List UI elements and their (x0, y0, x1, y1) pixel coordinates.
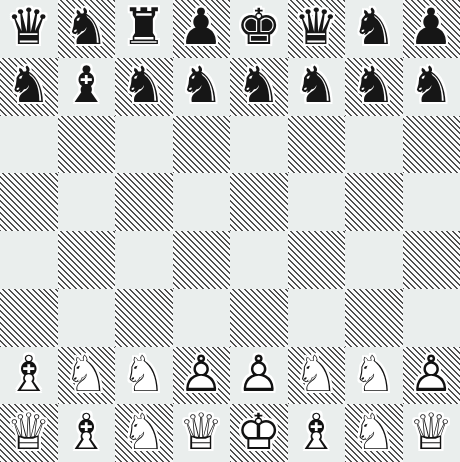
black-king-piece[interactable]: ♚ (230, 0, 288, 58)
black-queen-piece[interactable]: ♛ (0, 0, 58, 58)
white-knight-piece[interactable]: ♞♘ (345, 347, 403, 405)
piece-outline-glyph: ♗ (0, 347, 58, 405)
piece-outline-glyph: ♘ (115, 404, 173, 462)
piece-outline-glyph: ♗ (58, 404, 116, 462)
piece-body-glyph: ♞ (230, 58, 288, 116)
piece-outline-glyph: ♘ (345, 347, 403, 405)
white-knight-piece[interactable]: ♞♘ (58, 347, 116, 405)
piece-body-glyph: ♞ (288, 58, 346, 116)
black-knight-piece[interactable]: ♞ (403, 58, 460, 116)
piece-body-glyph: ♞ (58, 0, 116, 58)
square-c2[interactable]: ♞♘ (115, 347, 173, 405)
black-knight-piece[interactable]: ♞ (115, 58, 173, 116)
square-h6[interactable] (403, 116, 460, 174)
square-a2[interactable]: ♝♗ (0, 347, 58, 405)
square-e8[interactable]: ♚ (230, 0, 288, 58)
square-h2[interactable]: ♟♙ (403, 347, 460, 405)
square-f5[interactable] (288, 173, 346, 231)
black-knight-piece[interactable]: ♞ (345, 58, 403, 116)
black-knight-piece[interactable]: ♞ (0, 58, 58, 116)
piece-outline-glyph: ♙ (173, 347, 231, 405)
piece-body-glyph: ♞ (345, 58, 403, 116)
square-h5[interactable] (403, 173, 460, 231)
chess-board: ♛♞♜♟♚♛♞♟♞♝♞♞♞♞♞♞♝♗♞♘♞♘♟♙♟♙♞♘♞♘♟♙♛♕♝♗♞♘♛♕… (0, 0, 460, 462)
square-d1[interactable]: ♛♕ (173, 404, 231, 462)
piece-body-glyph: ♚ (230, 0, 288, 58)
piece-outline-glyph: ♘ (345, 404, 403, 462)
square-g4[interactable] (345, 231, 403, 289)
square-c1[interactable]: ♞♘ (115, 404, 173, 462)
piece-outline-glyph: ♕ (403, 404, 460, 462)
square-e4[interactable] (230, 231, 288, 289)
piece-outline-glyph: ♘ (58, 347, 116, 405)
square-a6[interactable] (0, 116, 58, 174)
black-knight-piece[interactable]: ♞ (345, 0, 403, 58)
piece-outline-glyph: ♕ (173, 404, 231, 462)
square-b3[interactable] (58, 289, 116, 347)
square-g3[interactable] (345, 289, 403, 347)
square-h4[interactable] (403, 231, 460, 289)
square-c3[interactable] (115, 289, 173, 347)
black-knight-piece[interactable]: ♞ (288, 58, 346, 116)
piece-body-glyph: ♟ (173, 0, 231, 58)
black-pawn-piece[interactable]: ♟ (403, 0, 460, 58)
white-king-piece[interactable]: ♚♔ (230, 404, 288, 462)
white-bishop-piece[interactable]: ♝♗ (58, 404, 116, 462)
square-d4[interactable] (173, 231, 231, 289)
white-knight-piece[interactable]: ♞♘ (345, 404, 403, 462)
square-f1[interactable]: ♝♗ (288, 404, 346, 462)
square-d7[interactable]: ♞ (173, 58, 231, 116)
black-rook-piece[interactable]: ♜ (115, 0, 173, 58)
piece-body-glyph: ♛ (0, 0, 58, 58)
piece-body-glyph: ♛ (288, 0, 346, 58)
square-a7[interactable]: ♞ (0, 58, 58, 116)
square-b5[interactable] (58, 173, 116, 231)
piece-outline-glyph: ♙ (403, 347, 460, 405)
square-g7[interactable]: ♞ (345, 58, 403, 116)
square-g8[interactable]: ♞ (345, 0, 403, 58)
square-e7[interactable]: ♞ (230, 58, 288, 116)
square-h7[interactable]: ♞ (403, 58, 460, 116)
square-g5[interactable] (345, 173, 403, 231)
piece-body-glyph: ♞ (115, 58, 173, 116)
white-knight-piece[interactable]: ♞♘ (288, 347, 346, 405)
square-h3[interactable] (403, 289, 460, 347)
piece-body-glyph: ♜ (115, 0, 173, 58)
white-pawn-piece[interactable]: ♟♙ (403, 347, 460, 405)
square-e6[interactable] (230, 116, 288, 174)
square-h8[interactable]: ♟ (403, 0, 460, 58)
square-f6[interactable] (288, 116, 346, 174)
piece-outline-glyph: ♘ (115, 347, 173, 405)
square-f3[interactable] (288, 289, 346, 347)
piece-outline-glyph: ♙ (230, 347, 288, 405)
square-f8[interactable]: ♛ (288, 0, 346, 58)
square-c7[interactable]: ♞ (115, 58, 173, 116)
square-e5[interactable] (230, 173, 288, 231)
piece-outline-glyph: ♕ (0, 404, 58, 462)
square-b6[interactable] (58, 116, 116, 174)
square-c6[interactable] (115, 116, 173, 174)
square-b1[interactable]: ♝♗ (58, 404, 116, 462)
black-pawn-piece[interactable]: ♟ (173, 0, 231, 58)
square-f7[interactable]: ♞ (288, 58, 346, 116)
square-f4[interactable] (288, 231, 346, 289)
white-queen-piece[interactable]: ♛♕ (403, 404, 460, 462)
square-e1[interactable]: ♚♔ (230, 404, 288, 462)
square-b7[interactable]: ♝ (58, 58, 116, 116)
square-d6[interactable] (173, 116, 231, 174)
square-a5[interactable] (0, 173, 58, 231)
square-h1[interactable]: ♛♕ (403, 404, 460, 462)
square-d8[interactable]: ♟ (173, 0, 231, 58)
square-e2[interactable]: ♟♙ (230, 347, 288, 405)
square-a4[interactable] (0, 231, 58, 289)
square-d5[interactable] (173, 173, 231, 231)
white-bishop-piece[interactable]: ♝♗ (0, 347, 58, 405)
square-a1[interactable]: ♛♕ (0, 404, 58, 462)
square-g2[interactable]: ♞♘ (345, 347, 403, 405)
square-d2[interactable]: ♟♙ (173, 347, 231, 405)
square-e3[interactable] (230, 289, 288, 347)
white-bishop-piece[interactable]: ♝♗ (288, 404, 346, 462)
white-knight-piece[interactable]: ♞♘ (115, 404, 173, 462)
white-pawn-piece[interactable]: ♟♙ (173, 347, 231, 405)
white-pawn-piece[interactable]: ♟♙ (230, 347, 288, 405)
piece-outline-glyph: ♘ (288, 347, 346, 405)
square-c4[interactable] (115, 231, 173, 289)
white-knight-piece[interactable]: ♞♘ (115, 347, 173, 405)
black-queen-piece[interactable]: ♛ (288, 0, 346, 58)
black-bishop-piece[interactable]: ♝ (58, 58, 116, 116)
square-g1[interactable]: ♞♘ (345, 404, 403, 462)
square-c5[interactable] (115, 173, 173, 231)
piece-outline-glyph: ♗ (288, 404, 346, 462)
square-a8[interactable]: ♛ (0, 0, 58, 58)
square-b8[interactable]: ♞ (58, 0, 116, 58)
square-b2[interactable]: ♞♘ (58, 347, 116, 405)
black-knight-piece[interactable]: ♞ (173, 58, 231, 116)
piece-body-glyph: ♝ (58, 58, 116, 116)
piece-body-glyph: ♞ (403, 58, 460, 116)
piece-body-glyph: ♟ (403, 0, 460, 58)
square-b4[interactable] (58, 231, 116, 289)
white-queen-piece[interactable]: ♛♕ (173, 404, 231, 462)
piece-body-glyph: ♞ (173, 58, 231, 116)
square-f2[interactable]: ♞♘ (288, 347, 346, 405)
piece-outline-glyph: ♔ (230, 404, 288, 462)
white-queen-piece[interactable]: ♛♕ (0, 404, 58, 462)
black-knight-piece[interactable]: ♞ (230, 58, 288, 116)
piece-body-glyph: ♞ (345, 0, 403, 58)
piece-body-glyph: ♞ (0, 58, 58, 116)
square-g6[interactable] (345, 116, 403, 174)
black-knight-piece[interactable]: ♞ (58, 0, 116, 58)
square-d3[interactable] (173, 289, 231, 347)
square-a3[interactable] (0, 289, 58, 347)
square-c8[interactable]: ♜ (115, 0, 173, 58)
